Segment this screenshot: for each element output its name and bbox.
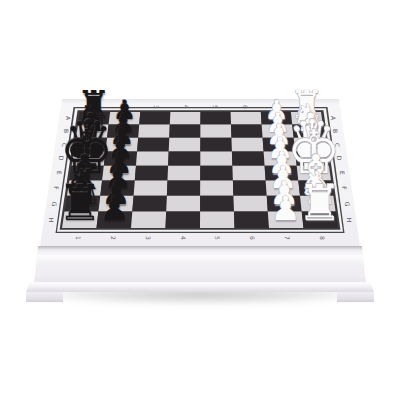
chess-set-photo: 11AA22BB33CC44DD55EE66FF77GG88HH♜♟♟♜♞♟♟♞… xyxy=(0,0,400,400)
label-top-4: 4 xyxy=(183,105,189,109)
label-top-6: 6 xyxy=(242,105,248,109)
label-left-G: G xyxy=(51,201,57,206)
label-right-G: G xyxy=(344,201,350,206)
label-bottom-4: 4 xyxy=(180,236,186,240)
label-bottom-8: 8 xyxy=(319,236,325,240)
piece-black-r: ♜ xyxy=(58,178,102,227)
label-top-3: 3 xyxy=(153,105,159,109)
label-bottom-3: 3 xyxy=(145,236,151,240)
label-bottom-7: 7 xyxy=(284,236,290,240)
label-left-H: H xyxy=(48,217,54,222)
piece-white-r: ♜ xyxy=(298,178,342,227)
label-bottom-2: 2 xyxy=(110,236,116,240)
label-bottom-6: 6 xyxy=(249,236,255,240)
label-top-5: 5 xyxy=(212,105,218,109)
board-surface: 11AA22BB33CC44DD55EE66FF77GG88HH♜♟♟♜♞♟♟♞… xyxy=(0,0,400,400)
piece-white-p: ♟ xyxy=(271,192,301,226)
piece-black-p: ♟ xyxy=(99,192,129,226)
label-bottom-5: 5 xyxy=(214,236,220,240)
label-right-H: H xyxy=(346,217,352,222)
label-bottom-1: 1 xyxy=(75,236,81,240)
